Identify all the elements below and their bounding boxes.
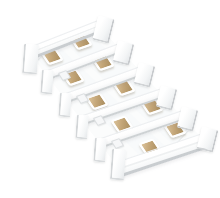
end-cap [110,148,126,180]
end-cap [92,15,115,43]
end-cap [58,93,72,118]
end-cap [75,115,89,140]
product-photo [0,0,220,198]
end-cap [21,44,38,75]
end-cap [40,70,54,95]
end-cap [196,126,218,152]
end-cap [93,138,107,163]
